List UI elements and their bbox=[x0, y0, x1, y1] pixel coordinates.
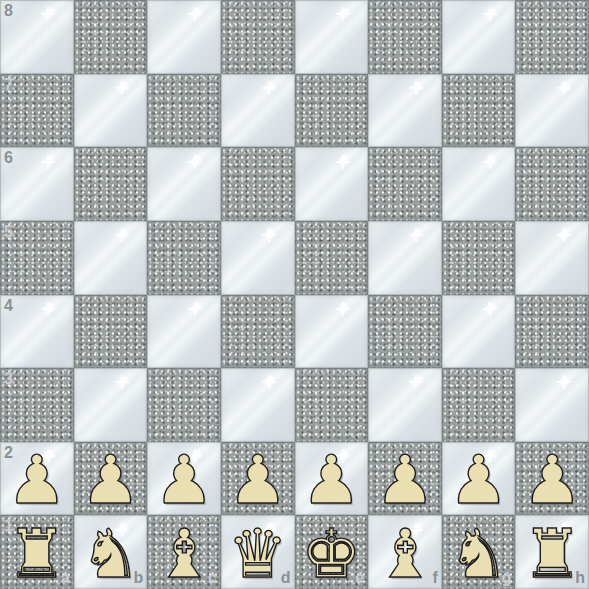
square-d8[interactable] bbox=[221, 0, 295, 74]
piece-white-pawn[interactable]: ♟ bbox=[442, 444, 516, 516]
square-b3[interactable] bbox=[74, 368, 148, 442]
square-h3[interactable] bbox=[515, 368, 589, 442]
square-c3[interactable] bbox=[147, 368, 221, 442]
square-d5[interactable] bbox=[221, 221, 295, 295]
square-e5[interactable] bbox=[295, 221, 369, 295]
square-g8[interactable] bbox=[442, 0, 516, 74]
piece-white-king[interactable]: ♚ bbox=[295, 517, 369, 589]
chess-board: 8765432♟♟♟♟♟♟♟♟1a♜b♞c♝d♛e♚f♝g♞h♜ bbox=[0, 0, 589, 589]
square-a1[interactable]: 1a♜ bbox=[0, 515, 74, 589]
square-d7[interactable] bbox=[221, 74, 295, 148]
square-g4[interactable] bbox=[442, 295, 516, 369]
square-h2[interactable]: ♟ bbox=[515, 442, 589, 516]
square-f4[interactable] bbox=[368, 295, 442, 369]
square-a7[interactable]: 7 bbox=[0, 74, 74, 148]
square-h8[interactable] bbox=[515, 0, 589, 74]
square-c4[interactable] bbox=[147, 295, 221, 369]
square-e3[interactable] bbox=[295, 368, 369, 442]
piece-white-bishop[interactable]: ♝ bbox=[147, 517, 221, 589]
square-a2[interactable]: 2♟ bbox=[0, 442, 74, 516]
rank-label-3: 3 bbox=[4, 371, 13, 387]
rank-label-8: 8 bbox=[4, 3, 13, 19]
square-h5[interactable] bbox=[515, 221, 589, 295]
square-b1[interactable]: b♞ bbox=[74, 515, 148, 589]
square-h4[interactable] bbox=[515, 295, 589, 369]
square-a8[interactable]: 8 bbox=[0, 0, 74, 74]
square-b4[interactable] bbox=[74, 295, 148, 369]
piece-white-knight[interactable]: ♞ bbox=[74, 517, 148, 589]
square-f6[interactable] bbox=[368, 147, 442, 221]
rank-label-4: 4 bbox=[4, 298, 13, 314]
square-d3[interactable] bbox=[221, 368, 295, 442]
square-e6[interactable] bbox=[295, 147, 369, 221]
square-b8[interactable] bbox=[74, 0, 148, 74]
square-f3[interactable] bbox=[368, 368, 442, 442]
square-d6[interactable] bbox=[221, 147, 295, 221]
square-g1[interactable]: g♞ bbox=[442, 515, 516, 589]
piece-white-queen[interactable]: ♛ bbox=[221, 517, 295, 589]
square-h7[interactable] bbox=[515, 74, 589, 148]
chess-board-wrap: 8765432♟♟♟♟♟♟♟♟1a♜b♞c♝d♛e♚f♝g♞h♜ bbox=[0, 0, 589, 589]
piece-white-bishop[interactable]: ♝ bbox=[368, 517, 442, 589]
square-e4[interactable] bbox=[295, 295, 369, 369]
square-c7[interactable] bbox=[147, 74, 221, 148]
square-c8[interactable] bbox=[147, 0, 221, 74]
rank-label-7: 7 bbox=[4, 77, 13, 93]
square-g2[interactable]: ♟ bbox=[442, 442, 516, 516]
square-b6[interactable] bbox=[74, 147, 148, 221]
square-b7[interactable] bbox=[74, 74, 148, 148]
piece-white-rook[interactable]: ♜ bbox=[515, 517, 589, 589]
square-b5[interactable] bbox=[74, 221, 148, 295]
square-d1[interactable]: d♛ bbox=[221, 515, 295, 589]
rank-label-5: 5 bbox=[4, 224, 13, 240]
square-a4[interactable]: 4 bbox=[0, 295, 74, 369]
square-e7[interactable] bbox=[295, 74, 369, 148]
square-g3[interactable] bbox=[442, 368, 516, 442]
square-f1[interactable]: f♝ bbox=[368, 515, 442, 589]
piece-white-rook[interactable]: ♜ bbox=[0, 517, 74, 589]
square-e8[interactable] bbox=[295, 0, 369, 74]
piece-white-pawn[interactable]: ♟ bbox=[515, 444, 589, 516]
square-b2[interactable]: ♟ bbox=[74, 442, 148, 516]
square-c5[interactable] bbox=[147, 221, 221, 295]
square-a6[interactable]: 6 bbox=[0, 147, 74, 221]
square-g5[interactable] bbox=[442, 221, 516, 295]
square-f5[interactable] bbox=[368, 221, 442, 295]
square-g6[interactable] bbox=[442, 147, 516, 221]
square-g7[interactable] bbox=[442, 74, 516, 148]
square-f2[interactable]: ♟ bbox=[368, 442, 442, 516]
square-e2[interactable]: ♟ bbox=[295, 442, 369, 516]
piece-white-knight[interactable]: ♞ bbox=[442, 517, 516, 589]
square-h1[interactable]: h♜ bbox=[515, 515, 589, 589]
square-f8[interactable] bbox=[368, 0, 442, 74]
piece-white-pawn[interactable]: ♟ bbox=[0, 444, 74, 516]
square-c6[interactable] bbox=[147, 147, 221, 221]
square-f7[interactable] bbox=[368, 74, 442, 148]
piece-white-pawn[interactable]: ♟ bbox=[221, 444, 295, 516]
square-d2[interactable]: ♟ bbox=[221, 442, 295, 516]
square-c1[interactable]: c♝ bbox=[147, 515, 221, 589]
square-d4[interactable] bbox=[221, 295, 295, 369]
square-e1[interactable]: e♚ bbox=[295, 515, 369, 589]
piece-white-pawn[interactable]: ♟ bbox=[295, 444, 369, 516]
rank-label-6: 6 bbox=[4, 150, 13, 166]
piece-white-pawn[interactable]: ♟ bbox=[147, 444, 221, 516]
square-a5[interactable]: 5 bbox=[0, 221, 74, 295]
piece-white-pawn[interactable]: ♟ bbox=[74, 444, 148, 516]
square-a3[interactable]: 3 bbox=[0, 368, 74, 442]
square-h6[interactable] bbox=[515, 147, 589, 221]
piece-white-pawn[interactable]: ♟ bbox=[368, 444, 442, 516]
square-c2[interactable]: ♟ bbox=[147, 442, 221, 516]
